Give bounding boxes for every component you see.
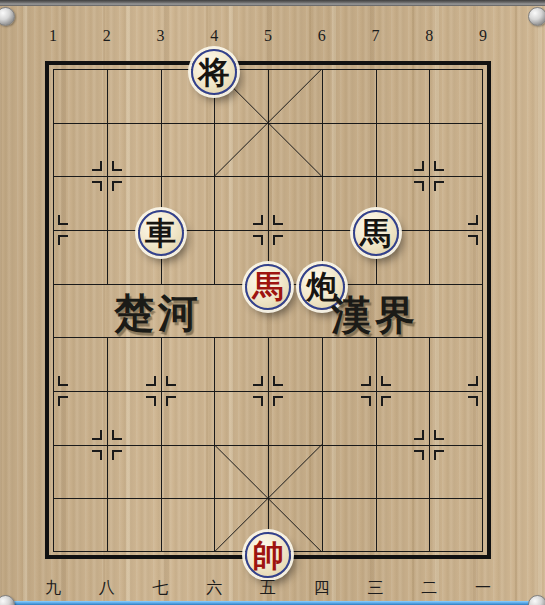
- file-label: 8: [425, 27, 433, 45]
- piece-black-chariot[interactable]: 車: [138, 210, 184, 256]
- file-label: 9: [479, 27, 487, 45]
- position-marker: [253, 396, 263, 406]
- position-marker: [434, 181, 444, 191]
- position-marker: [112, 450, 122, 460]
- file-labels-top: 123456789: [53, 27, 483, 45]
- file-label: 一: [475, 578, 491, 599]
- position-marker: [146, 376, 156, 386]
- position-marker: [58, 396, 68, 406]
- file-label: 1: [49, 27, 57, 45]
- position-marker: [92, 181, 102, 191]
- position-marker: [414, 161, 424, 171]
- file-label: 三: [368, 578, 384, 599]
- file-label: 六: [206, 578, 222, 599]
- file-label: 四: [314, 578, 330, 599]
- screw-icon: [528, 7, 545, 26]
- position-marker: [468, 396, 478, 406]
- position-marker: [146, 396, 156, 406]
- piece-glyph: 帥: [253, 540, 284, 571]
- piece-glyph: 馬: [360, 218, 391, 249]
- file-label: 七: [153, 578, 169, 599]
- file-label: 2: [103, 27, 111, 45]
- river-text-left: 楚河: [114, 286, 202, 341]
- position-marker: [112, 181, 122, 191]
- position-marker: [468, 215, 478, 225]
- file-label: 5: [264, 27, 272, 45]
- position-marker: [381, 376, 391, 386]
- position-marker: [112, 161, 122, 171]
- position-marker: [112, 430, 122, 440]
- file-label: 3: [157, 27, 165, 45]
- position-marker: [273, 376, 283, 386]
- position-marker: [381, 396, 391, 406]
- river-text-right: 漢界: [331, 288, 419, 343]
- piece-glyph: 車: [145, 218, 176, 249]
- position-marker: [414, 450, 424, 460]
- position-marker: [253, 215, 263, 225]
- position-marker: [58, 235, 68, 245]
- file-label: 4: [210, 27, 218, 45]
- position-marker: [414, 430, 424, 440]
- screw-icon: [0, 7, 15, 26]
- position-marker: [58, 215, 68, 225]
- file-label: 八: [99, 578, 115, 599]
- file-label: 九: [45, 578, 61, 599]
- piece-glyph: 将: [199, 57, 230, 88]
- position-marker: [468, 235, 478, 245]
- position-marker: [92, 161, 102, 171]
- position-marker: [58, 376, 68, 386]
- file-labels-bottom: 九八七六五四三二一: [53, 578, 483, 596]
- position-marker: [273, 215, 283, 225]
- file-label: 二: [421, 578, 437, 599]
- position-marker: [434, 161, 444, 171]
- window-top-edge: [0, 0, 545, 6]
- screw-icon: [528, 595, 545, 605]
- xiangqi-app-window: { "game": "xiangqi", "position": { "fen"…: [0, 0, 545, 605]
- position-marker: [253, 376, 263, 386]
- position-marker: [434, 450, 444, 460]
- position-marker: [361, 376, 371, 386]
- position-marker: [253, 235, 263, 245]
- position-marker: [468, 376, 478, 386]
- position-marker: [434, 430, 444, 440]
- piece-glyph: 馬: [253, 271, 284, 302]
- piece-black-horse[interactable]: 馬: [353, 210, 399, 256]
- position-marker: [92, 430, 102, 440]
- position-marker: [273, 396, 283, 406]
- position-marker: [361, 396, 371, 406]
- position-marker: [92, 450, 102, 460]
- position-marker: [166, 376, 176, 386]
- position-marker: [273, 235, 283, 245]
- file-label: 6: [318, 27, 326, 45]
- window-bottom-edge: [0, 601, 545, 605]
- piece-black-general[interactable]: 将: [191, 49, 237, 95]
- piece-red-general[interactable]: 帥: [245, 532, 291, 578]
- position-marker: [166, 396, 176, 406]
- screw-icon: [0, 595, 15, 605]
- position-marker: [414, 181, 424, 191]
- file-label: 7: [372, 27, 380, 45]
- file-label: 五: [260, 578, 276, 599]
- piece-red-horse[interactable]: 馬: [245, 264, 291, 310]
